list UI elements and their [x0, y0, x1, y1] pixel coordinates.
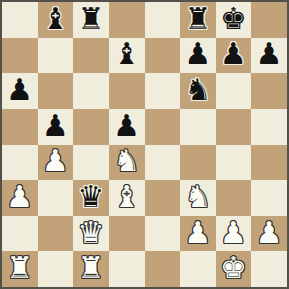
white-bishop-d3[interactable]: ♝	[113, 182, 140, 212]
square-c6[interactable]	[73, 73, 109, 109]
white-king-g1[interactable]: ♚	[220, 253, 247, 283]
square-b1[interactable]	[38, 251, 74, 287]
square-c4[interactable]	[73, 145, 109, 181]
square-b2[interactable]	[38, 216, 74, 252]
white-pawn-f2[interactable]: ♟	[184, 218, 211, 248]
square-c8[interactable]: ♜	[73, 2, 109, 38]
square-f4[interactable]	[180, 145, 216, 181]
square-a3[interactable]: ♟	[2, 180, 38, 216]
black-knight-f6[interactable]: ♞	[184, 75, 211, 105]
white-rook-a1[interactable]: ♜	[6, 253, 33, 283]
square-d8[interactable]	[109, 2, 145, 38]
square-a7[interactable]	[2, 38, 38, 74]
square-d2[interactable]	[109, 216, 145, 252]
square-f1[interactable]	[180, 251, 216, 287]
square-c5[interactable]	[73, 109, 109, 145]
white-knight-f3[interactable]: ♞	[184, 182, 211, 212]
square-e6[interactable]	[145, 73, 181, 109]
square-f3[interactable]: ♞	[180, 180, 216, 216]
square-g6[interactable]	[216, 73, 252, 109]
square-f7[interactable]: ♟	[180, 38, 216, 74]
square-b7[interactable]	[38, 38, 74, 74]
square-c7[interactable]	[73, 38, 109, 74]
square-h4[interactable]	[251, 145, 287, 181]
square-h7[interactable]: ♟	[251, 38, 287, 74]
square-h3[interactable]	[251, 180, 287, 216]
white-knight-d4[interactable]: ♞	[113, 146, 140, 176]
square-d1[interactable]	[109, 251, 145, 287]
square-a1[interactable]: ♜	[2, 251, 38, 287]
square-c3[interactable]: ♛	[73, 180, 109, 216]
white-pawn-g2[interactable]: ♟	[220, 218, 247, 248]
square-h8[interactable]	[251, 2, 287, 38]
square-h5[interactable]	[251, 109, 287, 145]
square-g4[interactable]	[216, 145, 252, 181]
square-c1[interactable]: ♜	[73, 251, 109, 287]
square-d4[interactable]: ♞	[109, 145, 145, 181]
square-e7[interactable]	[145, 38, 181, 74]
square-b3[interactable]	[38, 180, 74, 216]
square-e2[interactable]	[145, 216, 181, 252]
square-e8[interactable]	[145, 2, 181, 38]
square-h1[interactable]	[251, 251, 287, 287]
square-h2[interactable]: ♟	[251, 216, 287, 252]
square-d5[interactable]: ♟	[109, 109, 145, 145]
square-e4[interactable]	[145, 145, 181, 181]
square-b5[interactable]: ♟	[38, 109, 74, 145]
black-bishop-b8[interactable]: ♝	[42, 4, 69, 34]
square-a5[interactable]	[2, 109, 38, 145]
square-g7[interactable]: ♟	[216, 38, 252, 74]
square-f5[interactable]	[180, 109, 216, 145]
white-pawn-a3[interactable]: ♟	[6, 182, 33, 212]
white-pawn-b4[interactable]: ♟	[42, 146, 69, 176]
square-b6[interactable]	[38, 73, 74, 109]
black-pawn-a6[interactable]: ♟	[6, 75, 33, 105]
square-g1[interactable]: ♚	[216, 251, 252, 287]
square-f6[interactable]: ♞	[180, 73, 216, 109]
square-a8[interactable]	[2, 2, 38, 38]
black-queen-c3[interactable]: ♛	[78, 182, 105, 212]
square-g8[interactable]: ♚	[216, 2, 252, 38]
black-rook-c8[interactable]: ♜	[78, 4, 105, 34]
square-g2[interactable]: ♟	[216, 216, 252, 252]
square-a4[interactable]	[2, 145, 38, 181]
square-d6[interactable]	[109, 73, 145, 109]
square-a2[interactable]	[2, 216, 38, 252]
black-bishop-d7[interactable]: ♝	[113, 39, 140, 69]
black-rook-f8[interactable]: ♜	[184, 4, 211, 34]
square-e3[interactable]	[145, 180, 181, 216]
white-rook-c1[interactable]: ♜	[78, 253, 105, 283]
square-c2[interactable]: ♛	[73, 216, 109, 252]
black-pawn-h7[interactable]: ♟	[256, 39, 283, 69]
square-f8[interactable]: ♜	[180, 2, 216, 38]
square-a6[interactable]: ♟	[2, 73, 38, 109]
white-queen-c2[interactable]: ♛	[78, 218, 105, 248]
square-e1[interactable]	[145, 251, 181, 287]
square-g3[interactable]	[216, 180, 252, 216]
chess-board: ♝♜♜♚♝♟♟♟♟♞♟♟♟♞♟♛♝♞♛♟♟♟♜♜♚	[0, 0, 289, 289]
black-pawn-d5[interactable]: ♟	[113, 111, 140, 141]
square-b4[interactable]: ♟	[38, 145, 74, 181]
black-pawn-b5[interactable]: ♟	[42, 111, 69, 141]
square-h6[interactable]	[251, 73, 287, 109]
square-d7[interactable]: ♝	[109, 38, 145, 74]
square-b8[interactable]: ♝	[38, 2, 74, 38]
square-e5[interactable]	[145, 109, 181, 145]
square-g5[interactable]	[216, 109, 252, 145]
square-d3[interactable]: ♝	[109, 180, 145, 216]
black-pawn-g7[interactable]: ♟	[220, 39, 247, 69]
white-pawn-h2[interactable]: ♟	[256, 218, 283, 248]
black-king-g8[interactable]: ♚	[220, 4, 247, 34]
black-pawn-f7[interactable]: ♟	[184, 39, 211, 69]
square-f2[interactable]: ♟	[180, 216, 216, 252]
